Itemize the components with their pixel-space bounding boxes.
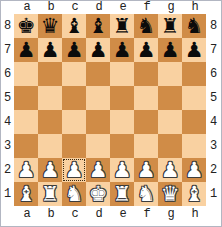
- piece-black-bishop[interactable]: ♝: [65, 14, 84, 38]
- square-g5[interactable]: [158, 86, 182, 110]
- square-h2[interactable]: ♟: [182, 158, 206, 182]
- square-d2[interactable]: ♟: [86, 158, 110, 182]
- file-label-a: a: [15, 208, 39, 220]
- file-label-h: h: [183, 208, 207, 220]
- piece-black-pawn[interactable]: ♟: [65, 38, 84, 62]
- chess-board-diagram: abcdefgh 87654321 ♚♛♝♝♜♞♜♞♟♟♟♟♟♟♟♟♟♟♟♟♟♟…: [0, 0, 222, 227]
- rank-label-5: 5: [206, 86, 221, 110]
- rank-labels-right: 87654321: [206, 14, 221, 206]
- file-label-g: g: [159, 1, 183, 13]
- square-a5[interactable]: [14, 86, 38, 110]
- rank-label-3: 3: [206, 134, 221, 158]
- rank-label-2: 2: [206, 158, 221, 182]
- square-c4[interactable]: [62, 110, 86, 134]
- file-label-e: e: [111, 1, 135, 13]
- square-a8[interactable]: ♚: [14, 14, 38, 38]
- rank-label-1: 1: [1, 182, 14, 206]
- square-g4[interactable]: [158, 110, 182, 134]
- square-a6[interactable]: [14, 62, 38, 86]
- square-b2[interactable]: ♟: [38, 158, 62, 182]
- piece-black-pawn[interactable]: ♟: [113, 38, 132, 62]
- square-d1[interactable]: ♚: [86, 182, 110, 206]
- piece-black-rook[interactable]: ♜: [113, 14, 132, 38]
- square-e1[interactable]: ♜: [110, 182, 134, 206]
- piece-white-pawn[interactable]: ♟: [113, 158, 132, 182]
- rank-label-5: 5: [1, 86, 14, 110]
- file-label-g: g: [159, 208, 183, 220]
- file-labels-top: abcdefgh: [1, 1, 221, 14]
- file-label-c: c: [63, 1, 87, 13]
- piece-white-pawn[interactable]: ♟: [185, 158, 204, 182]
- rank-label-1: 1: [206, 182, 221, 206]
- square-f4[interactable]: [134, 110, 158, 134]
- square-h1[interactable]: ♝: [182, 182, 206, 206]
- piece-white-bishop[interactable]: ♝: [17, 182, 36, 206]
- piece-black-queen[interactable]: ♛: [41, 14, 60, 38]
- square-d6[interactable]: [86, 62, 110, 86]
- square-g6[interactable]: [158, 62, 182, 86]
- piece-black-pawn[interactable]: ♟: [17, 38, 36, 62]
- square-d4[interactable]: [86, 110, 110, 134]
- file-label-c: c: [63, 208, 87, 220]
- piece-white-pawn[interactable]: ♟: [65, 158, 84, 182]
- file-label-b: b: [39, 1, 63, 13]
- square-h8[interactable]: ♞: [182, 14, 206, 38]
- file-label-f: f: [135, 1, 159, 13]
- rank-label-4: 4: [206, 110, 221, 134]
- square-c3[interactable]: [62, 134, 86, 158]
- piece-black-pawn[interactable]: ♟: [89, 38, 108, 62]
- square-a4[interactable]: [14, 110, 38, 134]
- piece-white-knight[interactable]: ♞: [65, 182, 84, 206]
- square-h7[interactable]: ♟: [182, 38, 206, 62]
- rank-label-8: 8: [206, 14, 221, 38]
- piece-black-bishop[interactable]: ♝: [89, 14, 108, 38]
- square-a1[interactable]: ♝: [14, 182, 38, 206]
- rank-label-7: 7: [206, 38, 221, 62]
- rank-label-6: 6: [1, 62, 14, 86]
- file-label-b: b: [39, 208, 63, 220]
- square-e4[interactable]: [110, 110, 134, 134]
- square-e3[interactable]: [110, 134, 134, 158]
- piece-white-bishop[interactable]: ♝: [185, 182, 204, 206]
- piece-white-queen[interactable]: ♛: [161, 182, 180, 206]
- piece-white-rook[interactable]: ♜: [113, 182, 132, 206]
- square-c1[interactable]: ♞: [62, 182, 86, 206]
- square-c2[interactable]: ♟: [62, 158, 86, 182]
- piece-black-knight[interactable]: ♞: [185, 14, 204, 38]
- square-g8[interactable]: ♜: [158, 14, 182, 38]
- rank-label-7: 7: [1, 38, 14, 62]
- board-grid: ♚♛♝♝♜♞♜♞♟♟♟♟♟♟♟♟♟♟♟♟♟♟♟♟♝♜♞♚♜♞♛♝: [14, 14, 206, 206]
- piece-black-king[interactable]: ♚: [17, 14, 36, 38]
- square-b1[interactable]: ♜: [38, 182, 62, 206]
- file-label-d: d: [87, 1, 111, 13]
- square-d3[interactable]: [86, 134, 110, 158]
- square-e2[interactable]: ♟: [110, 158, 134, 182]
- square-g1[interactable]: ♛: [158, 182, 182, 206]
- piece-black-pawn[interactable]: ♟: [185, 38, 204, 62]
- square-g2[interactable]: ♟: [158, 158, 182, 182]
- piece-white-king[interactable]: ♚: [89, 182, 108, 206]
- square-g3[interactable]: [158, 134, 182, 158]
- piece-white-pawn[interactable]: ♟: [161, 158, 180, 182]
- piece-white-knight[interactable]: ♞: [137, 182, 156, 206]
- square-a2[interactable]: ♟: [14, 158, 38, 182]
- square-b7[interactable]: ♟: [38, 38, 62, 62]
- square-e7[interactable]: ♟: [110, 38, 134, 62]
- piece-white-pawn[interactable]: ♟: [89, 158, 108, 182]
- square-a3[interactable]: [14, 134, 38, 158]
- rank-label-6: 6: [206, 62, 221, 86]
- square-b5[interactable]: [38, 86, 62, 110]
- square-h4[interactable]: [182, 110, 206, 134]
- square-b8[interactable]: ♛: [38, 14, 62, 38]
- rank-label-2: 2: [1, 158, 14, 182]
- square-f1[interactable]: ♞: [134, 182, 158, 206]
- piece-black-knight[interactable]: ♞: [137, 14, 156, 38]
- piece-black-pawn[interactable]: ♟: [161, 38, 180, 62]
- square-e6[interactable]: [110, 62, 134, 86]
- square-c7[interactable]: ♟: [62, 38, 86, 62]
- square-g7[interactable]: ♟: [158, 38, 182, 62]
- square-b4[interactable]: [38, 110, 62, 134]
- square-h3[interactable]: [182, 134, 206, 158]
- file-label-f: f: [135, 208, 159, 220]
- file-labels-bottom: abcdefgh: [1, 206, 221, 226]
- square-d7[interactable]: ♟: [86, 38, 110, 62]
- square-f7[interactable]: ♟: [134, 38, 158, 62]
- square-f3[interactable]: [134, 134, 158, 158]
- square-a7[interactable]: ♟: [14, 38, 38, 62]
- square-b3[interactable]: [38, 134, 62, 158]
- square-e8[interactable]: ♜: [110, 14, 134, 38]
- rank-label-4: 4: [1, 110, 14, 134]
- square-e5[interactable]: [110, 86, 134, 110]
- file-label-e: e: [111, 208, 135, 220]
- rank-label-8: 8: [1, 14, 14, 38]
- file-label-d: d: [87, 208, 111, 220]
- square-d5[interactable]: [86, 86, 110, 110]
- piece-white-rook[interactable]: ♜: [41, 182, 60, 206]
- rank-label-3: 3: [1, 134, 14, 158]
- piece-white-pawn[interactable]: ♟: [17, 158, 36, 182]
- rank-labels-left: 87654321: [1, 14, 14, 206]
- file-label-a: a: [15, 1, 39, 13]
- square-c5[interactable]: [62, 86, 86, 110]
- square-c6[interactable]: [62, 62, 86, 86]
- piece-white-pawn[interactable]: ♟: [41, 158, 60, 182]
- square-c8[interactable]: ♝: [62, 14, 86, 38]
- square-b6[interactable]: [38, 62, 62, 86]
- piece-black-pawn[interactable]: ♟: [41, 38, 60, 62]
- file-label-h: h: [183, 1, 207, 13]
- piece-black-pawn[interactable]: ♟: [137, 38, 156, 62]
- square-f5[interactable]: [134, 86, 158, 110]
- square-f2[interactable]: ♟: [134, 158, 158, 182]
- piece-white-pawn[interactable]: ♟: [137, 158, 156, 182]
- square-f6[interactable]: [134, 62, 158, 86]
- square-h6[interactable]: [182, 62, 206, 86]
- square-f8[interactable]: ♞: [134, 14, 158, 38]
- square-d8[interactable]: ♝: [86, 14, 110, 38]
- square-h5[interactable]: [182, 86, 206, 110]
- piece-black-rook[interactable]: ♜: [161, 14, 180, 38]
